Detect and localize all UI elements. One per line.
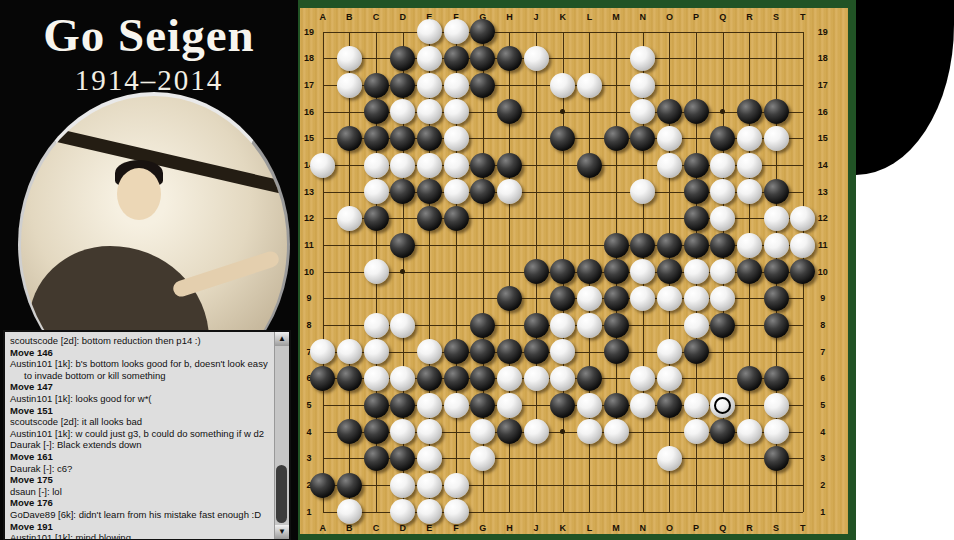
stone-black xyxy=(390,46,415,71)
stone-black xyxy=(524,313,549,338)
stone-white xyxy=(657,366,682,391)
stone-black xyxy=(337,473,362,498)
coord-label: M xyxy=(612,12,620,22)
coord-label: J xyxy=(534,523,539,533)
stone-black xyxy=(764,366,789,391)
stone-white xyxy=(444,393,469,418)
coord-label: 7 xyxy=(820,347,825,357)
stone-white xyxy=(737,153,762,178)
stone-white xyxy=(657,339,682,364)
coord-label: F xyxy=(453,523,459,533)
coord-label: G xyxy=(479,523,486,533)
stone-white xyxy=(310,339,335,364)
stone-black xyxy=(764,286,789,311)
stone-black xyxy=(737,366,762,391)
coord-label: 17 xyxy=(304,80,314,90)
coord-label: M xyxy=(612,523,620,533)
stone-black xyxy=(497,339,522,364)
stone-white xyxy=(630,179,655,204)
stone-black xyxy=(390,393,415,418)
coord-label: 15 xyxy=(304,133,314,143)
stone-white xyxy=(550,313,575,338)
stone-black xyxy=(337,126,362,151)
stone-white xyxy=(657,286,682,311)
stone-black xyxy=(417,126,442,151)
chat-message: dsaun [-]: lol xyxy=(10,486,272,498)
stone-black xyxy=(470,313,495,338)
stone-black xyxy=(444,206,469,231)
stone-black xyxy=(497,46,522,71)
scroll-down-button[interactable]: ▼ xyxy=(275,525,289,539)
stone-white xyxy=(390,473,415,498)
stone-white xyxy=(524,419,549,444)
stone-white xyxy=(684,313,709,338)
stone-white xyxy=(764,419,789,444)
stone-black xyxy=(550,393,575,418)
stone-white xyxy=(524,366,549,391)
left-panel: Go Seigen 1914–2014 scoutscode [2d]: bot… xyxy=(0,0,298,540)
stone-black xyxy=(684,99,709,124)
coord-label: T xyxy=(800,12,806,22)
coord-label: 1 xyxy=(306,507,311,517)
goban[interactable]: AA1919BB1818CC1717DD1616EE1515FF1414GG13… xyxy=(300,8,848,534)
chat-message: Austin101 [1k]: b's bottom looks good fo… xyxy=(10,358,272,381)
coord-label: K xyxy=(559,523,566,533)
stone-white xyxy=(337,339,362,364)
stone-white xyxy=(444,499,469,524)
stone-black xyxy=(444,46,469,71)
stone-black xyxy=(764,446,789,471)
coord-label: 18 xyxy=(304,53,314,63)
coord-label: 10 xyxy=(304,267,314,277)
stone-white xyxy=(737,419,762,444)
stone-black xyxy=(710,126,735,151)
coord-label: H xyxy=(506,12,513,22)
chat-message: Austin101 [1k]: looks good for w*( xyxy=(10,393,272,405)
stone-black xyxy=(657,259,682,284)
coord-label: J xyxy=(534,12,539,22)
stone-white xyxy=(737,233,762,258)
stone-black xyxy=(710,233,735,258)
chat-message: GoDave89 [6k]: didn't learn from his mis… xyxy=(10,509,272,521)
stone-black xyxy=(417,206,442,231)
stone-white xyxy=(310,153,335,178)
stone-white xyxy=(657,153,682,178)
stone-white xyxy=(630,286,655,311)
coord-label: 5 xyxy=(820,400,825,410)
stone-black xyxy=(684,179,709,204)
chat-message-list: scoutscode [2d]: bottom reduction then p… xyxy=(5,332,274,539)
coord-label: 5 xyxy=(306,400,311,410)
coord-label: Q xyxy=(719,12,726,22)
stone-black xyxy=(524,259,549,284)
coord-label: N xyxy=(639,12,646,22)
stone-black xyxy=(310,366,335,391)
stone-black xyxy=(630,126,655,151)
page-title: Go Seigen xyxy=(0,8,298,62)
stone-black xyxy=(390,446,415,471)
stone-black xyxy=(364,99,389,124)
stone-white xyxy=(497,366,522,391)
stone-white xyxy=(364,313,389,338)
stone-white xyxy=(444,179,469,204)
stone-white xyxy=(577,393,602,418)
stone-white xyxy=(364,259,389,284)
coord-label: D xyxy=(399,523,406,533)
coord-label: 9 xyxy=(820,293,825,303)
stone-white xyxy=(710,153,735,178)
chat-scrollbar[interactable]: ▲ ▼ xyxy=(274,332,289,539)
coord-label: C xyxy=(373,12,380,22)
coord-label: 12 xyxy=(818,213,828,223)
stone-black xyxy=(470,339,495,364)
star-point xyxy=(560,429,565,434)
stone-white xyxy=(390,366,415,391)
stone-white xyxy=(710,206,735,231)
stone-black xyxy=(764,313,789,338)
move-number-line: Move 191 xyxy=(10,521,272,533)
stone-white xyxy=(630,259,655,284)
stone-white xyxy=(417,99,442,124)
chat-message: scoutscode [2d]: bottom reduction then p… xyxy=(10,335,272,347)
stone-black xyxy=(764,259,789,284)
stone-white xyxy=(630,366,655,391)
coord-label: Q xyxy=(719,523,726,533)
stone-black xyxy=(657,99,682,124)
stone-white xyxy=(470,446,495,471)
stone-white xyxy=(417,419,442,444)
stone-white xyxy=(337,46,362,71)
coord-label: A xyxy=(319,523,326,533)
chat-message: Austin101 [1k]: w could just g3, b could… xyxy=(10,428,272,440)
coord-label: S xyxy=(773,523,779,533)
photo-figure-head xyxy=(117,168,161,220)
coord-label: 10 xyxy=(818,267,828,277)
stone-black xyxy=(390,233,415,258)
stone-white xyxy=(364,366,389,391)
stone-black xyxy=(337,419,362,444)
chat-message: scoutscode [2d]: it all looks bad xyxy=(10,416,272,428)
stone-black xyxy=(577,366,602,391)
coord-label: 16 xyxy=(818,107,828,117)
stone-black xyxy=(417,366,442,391)
stone-black xyxy=(604,286,629,311)
stone-black xyxy=(604,339,629,364)
coord-label: T xyxy=(800,523,806,533)
stone-white xyxy=(417,339,442,364)
stone-white xyxy=(577,419,602,444)
stone-white xyxy=(444,19,469,44)
scrollbar-thumb[interactable] xyxy=(276,465,287,523)
stone-black xyxy=(364,393,389,418)
stone-black xyxy=(524,339,549,364)
stone-white xyxy=(630,73,655,98)
coord-label: 3 xyxy=(820,453,825,463)
stone-white xyxy=(577,286,602,311)
stone-white xyxy=(657,446,682,471)
stone-white xyxy=(577,313,602,338)
right-background-panel xyxy=(856,0,954,540)
stone-white xyxy=(764,393,789,418)
coord-label: D xyxy=(399,12,406,22)
move-number-line: Move 161 xyxy=(10,451,272,463)
stone-white xyxy=(390,499,415,524)
stone-white xyxy=(710,179,735,204)
stone-black xyxy=(497,99,522,124)
coord-label: 2 xyxy=(820,480,825,490)
stone-white xyxy=(737,179,762,204)
stone-white xyxy=(550,366,575,391)
coord-label: 4 xyxy=(820,427,825,437)
coord-label: R xyxy=(746,12,753,22)
stone-black xyxy=(497,153,522,178)
coord-label: S xyxy=(773,12,779,22)
stone-white xyxy=(790,206,815,231)
chat-message: Austin101 [1k]: mind blowing xyxy=(10,532,272,539)
coord-label: 8 xyxy=(306,320,311,330)
stone-black xyxy=(577,153,602,178)
coord-label: K xyxy=(559,12,566,22)
stone-white xyxy=(364,153,389,178)
stone-white xyxy=(684,393,709,418)
stone-white xyxy=(390,99,415,124)
stone-white xyxy=(550,73,575,98)
coord-label: 11 xyxy=(818,240,828,250)
stone-white xyxy=(444,473,469,498)
stone-black xyxy=(497,286,522,311)
stone-black xyxy=(390,126,415,151)
stone-black xyxy=(337,366,362,391)
coord-label: 12 xyxy=(304,213,314,223)
stone-black xyxy=(470,366,495,391)
stone-black xyxy=(310,473,335,498)
stone-black xyxy=(737,259,762,284)
coord-label: C xyxy=(373,523,380,533)
coord-label: O xyxy=(666,523,673,533)
stone-white xyxy=(417,499,442,524)
chat-message: Daurak [-]: c6? xyxy=(10,463,272,475)
coord-label: 3 xyxy=(306,453,311,463)
stone-white xyxy=(417,19,442,44)
stone-black xyxy=(684,233,709,258)
stone-white xyxy=(444,73,469,98)
coord-label: H xyxy=(506,523,513,533)
stone-black xyxy=(604,233,629,258)
stone-white xyxy=(444,126,469,151)
stone-white xyxy=(364,339,389,364)
stone-black xyxy=(444,366,469,391)
stone-white xyxy=(684,286,709,311)
stone-white xyxy=(710,259,735,284)
stone-white xyxy=(497,393,522,418)
stone-black xyxy=(684,339,709,364)
coord-label: 4 xyxy=(306,427,311,437)
stone-black xyxy=(550,286,575,311)
stone-white xyxy=(764,206,789,231)
coord-label: 11 xyxy=(304,240,314,250)
stone-white xyxy=(470,419,495,444)
stone-black xyxy=(470,73,495,98)
stone-black xyxy=(444,339,469,364)
coord-label: L xyxy=(587,523,593,533)
stone-white xyxy=(444,99,469,124)
stone-black xyxy=(657,393,682,418)
stone-white xyxy=(417,393,442,418)
move-number-line: Move 151 xyxy=(10,405,272,417)
coord-label: 6 xyxy=(820,373,825,383)
stone-black xyxy=(364,419,389,444)
coord-label: 8 xyxy=(820,320,825,330)
coord-label: 19 xyxy=(304,27,314,37)
coord-label: 15 xyxy=(818,133,828,143)
stone-black xyxy=(657,233,682,258)
stone-black xyxy=(364,446,389,471)
stone-black xyxy=(417,179,442,204)
stone-white xyxy=(390,153,415,178)
stone-white xyxy=(497,179,522,204)
stone-black xyxy=(364,206,389,231)
coord-label: E xyxy=(426,523,432,533)
coord-label: B xyxy=(346,523,353,533)
stone-black xyxy=(577,259,602,284)
move-number-line: Move 176 xyxy=(10,497,272,509)
coord-label: B xyxy=(346,12,353,22)
coord-label: P xyxy=(693,12,699,22)
coord-label: 13 xyxy=(818,187,828,197)
stone-black xyxy=(684,206,709,231)
chat-panel: scoutscode [2d]: bottom reduction then p… xyxy=(3,330,291,540)
stone-black xyxy=(364,126,389,151)
coord-label: A xyxy=(319,12,326,22)
stone-black xyxy=(630,233,655,258)
stone-white xyxy=(337,499,362,524)
stone-black xyxy=(790,259,815,284)
move-number-line: Move 147 xyxy=(10,381,272,393)
coord-label: 18 xyxy=(818,53,828,63)
star-point xyxy=(720,109,725,114)
coord-label: 9 xyxy=(306,293,311,303)
stone-white xyxy=(764,233,789,258)
stone-black xyxy=(470,19,495,44)
stone-white xyxy=(684,419,709,444)
coord-label: 14 xyxy=(818,160,828,170)
coord-label: 16 xyxy=(304,107,314,117)
stone-black xyxy=(604,393,629,418)
scroll-up-button[interactable]: ▲ xyxy=(275,332,289,346)
chat-message: Daurak [-]: Black extends down xyxy=(10,439,272,451)
stone-white xyxy=(764,126,789,151)
move-number-line: Move 175 xyxy=(10,474,272,486)
stone-black xyxy=(764,99,789,124)
coord-label: P xyxy=(693,523,699,533)
photo-figure-arm xyxy=(171,249,281,298)
stone-black xyxy=(364,73,389,98)
coord-label: N xyxy=(639,523,646,533)
star-point xyxy=(560,109,565,114)
stone-white xyxy=(417,73,442,98)
decorative-swoosh xyxy=(856,0,954,175)
stone-black xyxy=(737,99,762,124)
stone-black xyxy=(390,179,415,204)
coord-label: L xyxy=(587,12,593,22)
stone-black xyxy=(550,126,575,151)
coord-label: 13 xyxy=(304,187,314,197)
stone-white xyxy=(630,99,655,124)
stone-white xyxy=(710,393,735,418)
stone-white xyxy=(417,46,442,71)
stone-white xyxy=(364,179,389,204)
stone-black xyxy=(470,46,495,71)
stone-white xyxy=(630,393,655,418)
stone-white xyxy=(417,473,442,498)
stone-black xyxy=(470,153,495,178)
last-move-marker xyxy=(714,397,731,414)
stone-white xyxy=(737,126,762,151)
stone-black xyxy=(604,126,629,151)
stone-black xyxy=(710,419,735,444)
stone-white xyxy=(630,46,655,71)
coord-label: O xyxy=(666,12,673,22)
stone-white xyxy=(417,153,442,178)
stone-white xyxy=(524,46,549,71)
stone-white xyxy=(710,286,735,311)
stone-black xyxy=(604,313,629,338)
stone-black xyxy=(470,179,495,204)
stone-white xyxy=(444,153,469,178)
stone-white xyxy=(684,259,709,284)
stone-black xyxy=(684,153,709,178)
goban-frame: AA1919BB1818CC1717DD1616EE1515FF1414GG13… xyxy=(298,0,856,540)
stone-white xyxy=(390,313,415,338)
stone-white xyxy=(790,233,815,258)
stone-white xyxy=(337,206,362,231)
stone-white xyxy=(417,446,442,471)
stone-black xyxy=(710,313,735,338)
stone-black xyxy=(497,419,522,444)
stone-black xyxy=(390,73,415,98)
stone-black xyxy=(764,179,789,204)
stone-white xyxy=(577,73,602,98)
stone-black xyxy=(550,259,575,284)
coord-label: 19 xyxy=(818,27,828,37)
coord-label: 17 xyxy=(818,80,828,90)
coord-label: 1 xyxy=(820,507,825,517)
stone-white xyxy=(604,419,629,444)
stone-white xyxy=(337,73,362,98)
move-number-line: Move 146 xyxy=(10,347,272,359)
coord-label: R xyxy=(746,523,753,533)
star-point xyxy=(400,269,405,274)
stone-white xyxy=(390,419,415,444)
stone-white xyxy=(657,126,682,151)
stone-black xyxy=(604,259,629,284)
stone-black xyxy=(470,393,495,418)
stone-white xyxy=(550,339,575,364)
